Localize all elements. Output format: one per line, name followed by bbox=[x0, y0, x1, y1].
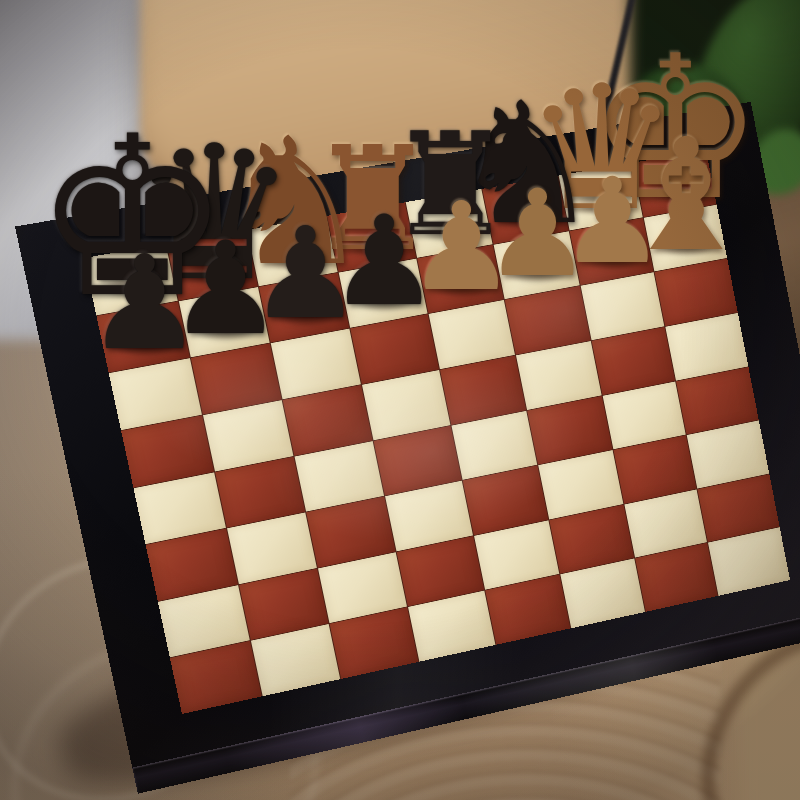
photo-scene: ♚♛♞♜♜♞♛♚♟♟♟♟♟♟♟♝ bbox=[0, 0, 800, 800]
piece-black-pawn-a7[interactable]: ♟ bbox=[86, 238, 203, 368]
